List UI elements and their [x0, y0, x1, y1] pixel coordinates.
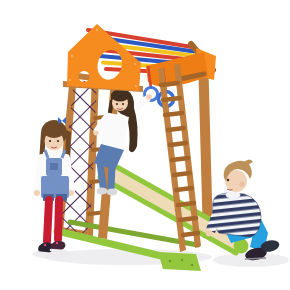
rear-post	[198, 52, 213, 238]
ladder-rung-7	[174, 173, 190, 175]
ladder-rung-5	[170, 143, 186, 145]
gable-screw-5	[135, 85, 137, 87]
girl1-sole-right	[51, 250, 65, 251]
girl1-sole-left	[38, 253, 53, 255]
girl1-fringe	[45, 128, 63, 138]
gable-screw-3	[96, 29, 98, 31]
girl2-fringe	[112, 93, 128, 102]
boy-hand	[206, 230, 212, 236]
boy-sole	[245, 258, 266, 259]
ladder-rung-8	[176, 188, 192, 190]
ladder-rung-4	[168, 128, 184, 130]
scene-canvas	[0, 0, 290, 290]
ladder-rung-6	[172, 158, 188, 160]
gable-screw-1	[71, 55, 73, 57]
ladder-rung-1	[161, 83, 178, 85]
girl1-eye-right	[57, 140, 59, 142]
ladder-rung-2	[163, 98, 180, 100]
base-gusset-plate	[158, 252, 201, 271]
gable-screw-2	[69, 79, 71, 81]
gable-screw-4	[134, 63, 136, 65]
girl1-leg-left	[47, 200, 49, 241]
girl2-hand-down	[94, 131, 99, 136]
girl1-hand-left	[34, 190, 40, 196]
girl1-lace-2	[56, 242, 58, 244]
boy-ear	[239, 181, 244, 186]
ladder-rung-11	[183, 233, 198, 235]
gusset-screw-1	[169, 260, 172, 263]
girl2-shin-left	[100, 162, 103, 186]
girl1-pocket	[50, 163, 58, 170]
girl2-eye-right	[122, 103, 124, 105]
girl2-shin-right	[111, 166, 112, 188]
girl2-hand-up	[146, 94, 152, 100]
ladder-rung-3	[165, 113, 182, 115]
gusset-screw-2	[181, 259, 184, 262]
girl2-sneaker-left	[97, 188, 108, 195]
gusset-screw-3	[191, 264, 194, 267]
boy-collar	[226, 192, 241, 199]
girl1-eye-left	[49, 140, 51, 142]
ladder-rung-10	[180, 218, 196, 220]
girl1-lace-1	[44, 244, 46, 246]
girl1-bow-right	[62, 117, 66, 124]
product-photo	[0, 0, 290, 290]
girl1-leg-right	[58, 200, 59, 239]
ladder-rung-9	[178, 203, 194, 205]
girl2-sneaker-right	[107, 189, 118, 196]
girl2-eye-left	[116, 103, 118, 105]
rear-post-beam	[198, 54, 213, 238]
boy-eye	[227, 179, 229, 181]
